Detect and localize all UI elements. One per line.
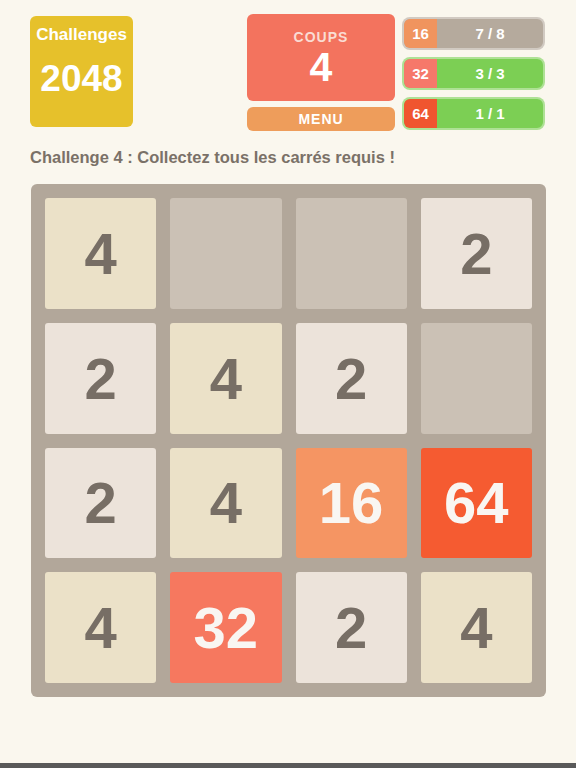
game-board[interactable]: 4224224166443224 xyxy=(31,184,546,697)
empty-cell xyxy=(296,198,407,309)
goals-panel: 16 7 / 8 32 3 / 3 64 1 / 1 xyxy=(402,17,545,137)
goal-row-32: 32 3 / 3 xyxy=(402,57,545,90)
challenges-badge-2048: 2048 xyxy=(40,45,122,113)
tile-64: 64 xyxy=(421,448,532,559)
tile-2: 2 xyxy=(421,198,532,309)
moves-box: COUPS 4 xyxy=(247,14,395,101)
goal-progress-64: 1 / 1 xyxy=(437,99,543,128)
tile-4: 4 xyxy=(170,448,281,559)
goal-tile-16: 16 xyxy=(404,19,437,48)
menu-button[interactable]: MENU xyxy=(247,107,395,131)
moves-label: COUPS xyxy=(294,29,349,45)
tile-4: 4 xyxy=(421,572,532,683)
goal-row-16: 16 7 / 8 xyxy=(402,17,545,50)
goal-tile-64: 64 xyxy=(404,99,437,128)
empty-cell xyxy=(421,323,532,434)
tile-2: 2 xyxy=(45,448,156,559)
bottom-strip xyxy=(0,763,576,768)
tile-2: 2 xyxy=(296,323,407,434)
goal-progress-32: 3 / 3 xyxy=(437,59,543,88)
goal-tile-32: 32 xyxy=(404,59,437,88)
empty-cell xyxy=(170,198,281,309)
challenge-description: Challenge 4 : Collectez tous les carrés … xyxy=(30,148,550,167)
moves-value: 4 xyxy=(310,45,333,90)
tile-32: 32 xyxy=(170,572,281,683)
tile-16: 16 xyxy=(296,448,407,559)
challenges-badge[interactable]: Challenges 2048 xyxy=(30,16,133,127)
goal-row-64: 64 1 / 1 xyxy=(402,97,545,130)
tile-2: 2 xyxy=(296,572,407,683)
tile-4: 4 xyxy=(45,572,156,683)
tile-4: 4 xyxy=(45,198,156,309)
tile-2: 2 xyxy=(45,323,156,434)
goal-progress-16: 7 / 8 xyxy=(437,19,543,48)
tile-4: 4 xyxy=(170,323,281,434)
challenges-badge-title: Challenges xyxy=(36,25,127,45)
